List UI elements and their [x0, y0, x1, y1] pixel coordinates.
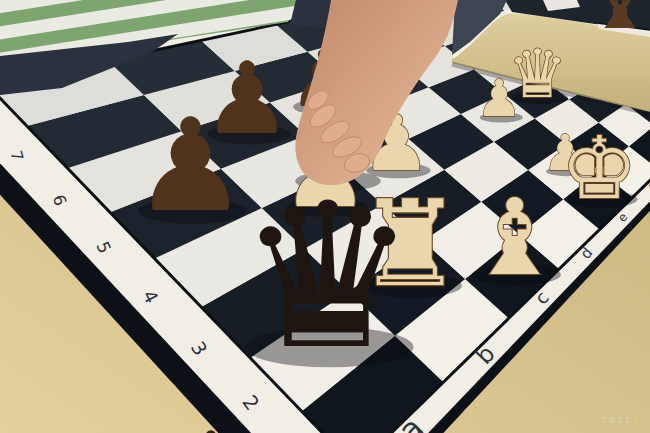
scene-layers: abcdefgh12345678♟♟♟♛♟♟♟♟♟♝♚♟♟♝♜♛♟♝ [0, 0, 650, 433]
piece-black-bishop-offboard[interactable]: ♝ [590, 0, 649, 44]
chessboard-photo: abcdefgh12345678♟♟♟♛♟♟♟♟♟♝♚♟♟♝♜♛♟♝ [0, 0, 650, 433]
piece-black-pawn-a5[interactable]: ♟ [133, 91, 248, 240]
piece-white-bishop-c1[interactable]: ♝ [467, 176, 562, 299]
piece-white-pawn-e4[interactable]: ♟ [476, 68, 522, 128]
photo-scene: abcdefgh12345678♟♟♟♛♟♟♟♟♟♝♚♟♟♝♜♛♟♝ ·tasr… [0, 0, 650, 433]
piece-black-pawn-offboard[interactable]: ♟ [182, 418, 239, 433]
piece-white-king-e1[interactable]: ♚ [561, 118, 638, 218]
piece-black-queen-a2[interactable]: ♛ [237, 160, 417, 393]
